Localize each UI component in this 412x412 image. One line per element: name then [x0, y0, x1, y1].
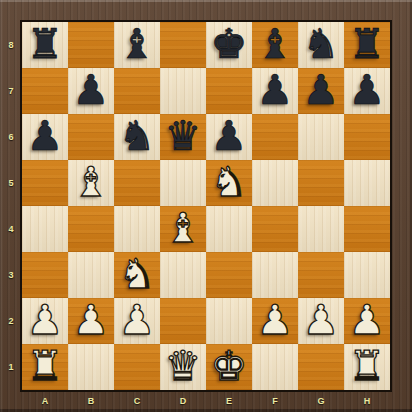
square-f5[interactable]: [252, 160, 298, 206]
square-h4[interactable]: [344, 206, 390, 252]
rank-label-6: 6: [0, 114, 22, 160]
file-label-d: D: [160, 390, 206, 412]
square-b4[interactable]: [68, 206, 114, 252]
file-label-h: H: [344, 390, 390, 412]
square-f8[interactable]: ♝: [252, 22, 298, 68]
square-c7[interactable]: [114, 68, 160, 114]
square-c1[interactable]: [114, 344, 160, 390]
white-pawn-g2[interactable]: ♟: [298, 297, 344, 343]
square-b1[interactable]: [68, 344, 114, 390]
rank-label-1: 1: [0, 344, 22, 390]
square-b2[interactable]: ♟: [68, 298, 114, 344]
square-a4[interactable]: [22, 206, 68, 252]
square-c8[interactable]: ♝: [114, 22, 160, 68]
file-label-g: G: [298, 390, 344, 412]
rank-label-4: 4: [0, 206, 22, 252]
black-queen-d6[interactable]: ♛: [160, 113, 206, 159]
square-g2[interactable]: ♟: [298, 298, 344, 344]
square-g4[interactable]: [298, 206, 344, 252]
file-label-e: E: [206, 390, 252, 412]
square-h3[interactable]: [344, 252, 390, 298]
black-rook-h8[interactable]: ♜: [344, 21, 390, 67]
square-c5[interactable]: [114, 160, 160, 206]
black-king-e8[interactable]: ♚: [206, 21, 252, 67]
square-d6[interactable]: ♛: [160, 114, 206, 160]
square-c4[interactable]: [114, 206, 160, 252]
white-knight-e5[interactable]: ♞: [206, 159, 252, 205]
black-pawn-a6[interactable]: ♟: [22, 113, 68, 159]
square-e6[interactable]: ♟: [206, 114, 252, 160]
black-pawn-g7[interactable]: ♟: [298, 67, 344, 113]
square-e3[interactable]: [206, 252, 252, 298]
square-d5[interactable]: [160, 160, 206, 206]
rank-label-8: 8: [0, 22, 22, 68]
chessboard-frame: 87654321 ABCDEFGH ♜♝♚♝♞♜♟♟♟♟♟♞♛♟♝♞♝♞♟♟♟♟…: [0, 0, 412, 412]
black-knight-g8[interactable]: ♞: [298, 21, 344, 67]
square-a1[interactable]: ♜: [22, 344, 68, 390]
white-king-e1[interactable]: ♚: [206, 343, 252, 389]
square-h7[interactable]: ♟: [344, 68, 390, 114]
square-a2[interactable]: ♟: [22, 298, 68, 344]
square-b8[interactable]: [68, 22, 114, 68]
square-c2[interactable]: ♟: [114, 298, 160, 344]
square-a8[interactable]: ♜: [22, 22, 68, 68]
square-g7[interactable]: ♟: [298, 68, 344, 114]
square-f2[interactable]: ♟: [252, 298, 298, 344]
file-label-a: A: [22, 390, 68, 412]
white-pawn-f2[interactable]: ♟: [252, 297, 298, 343]
white-pawn-c2[interactable]: ♟: [114, 297, 160, 343]
black-bishop-f8[interactable]: ♝: [252, 21, 298, 67]
square-e1[interactable]: ♚: [206, 344, 252, 390]
white-queen-d1[interactable]: ♛: [160, 343, 206, 389]
white-rook-h1[interactable]: ♜: [344, 343, 390, 389]
square-g1[interactable]: [298, 344, 344, 390]
square-d8[interactable]: [160, 22, 206, 68]
square-f6[interactable]: [252, 114, 298, 160]
rank-label-3: 3: [0, 252, 22, 298]
square-d4[interactable]: ♝: [160, 206, 206, 252]
square-c6[interactable]: ♞: [114, 114, 160, 160]
board: ♜♝♚♝♞♜♟♟♟♟♟♞♛♟♝♞♝♞♟♟♟♟♟♟♜♛♚♜: [22, 22, 390, 390]
file-label-b: B: [68, 390, 114, 412]
square-b3[interactable]: [68, 252, 114, 298]
black-rook-a8[interactable]: ♜: [22, 21, 68, 67]
square-a3[interactable]: [22, 252, 68, 298]
square-e7[interactable]: [206, 68, 252, 114]
square-g6[interactable]: [298, 114, 344, 160]
white-bishop-d4[interactable]: ♝: [160, 205, 206, 251]
rank-label-5: 5: [0, 160, 22, 206]
white-rook-a1[interactable]: ♜: [22, 343, 68, 389]
square-a7[interactable]: [22, 68, 68, 114]
file-labels: ABCDEFGH: [22, 390, 390, 412]
square-g8[interactable]: ♞: [298, 22, 344, 68]
file-label-c: C: [114, 390, 160, 412]
square-c3[interactable]: ♞: [114, 252, 160, 298]
square-h2[interactable]: ♟: [344, 298, 390, 344]
black-pawn-h7[interactable]: ♟: [344, 67, 390, 113]
white-knight-c3[interactable]: ♞: [114, 251, 160, 297]
black-pawn-f7[interactable]: ♟: [252, 67, 298, 113]
square-e2[interactable]: [206, 298, 252, 344]
file-label-f: F: [252, 390, 298, 412]
square-d7[interactable]: [160, 68, 206, 114]
square-f1[interactable]: [252, 344, 298, 390]
square-g5[interactable]: [298, 160, 344, 206]
rank-labels: 87654321: [0, 22, 22, 390]
square-b7[interactable]: ♟: [68, 68, 114, 114]
square-h1[interactable]: ♜: [344, 344, 390, 390]
square-b6[interactable]: [68, 114, 114, 160]
square-d1[interactable]: ♛: [160, 344, 206, 390]
white-pawn-h2[interactable]: ♟: [344, 297, 390, 343]
square-d2[interactable]: [160, 298, 206, 344]
black-pawn-b7[interactable]: ♟: [68, 67, 114, 113]
white-bishop-b5[interactable]: ♝: [68, 159, 114, 205]
square-f4[interactable]: [252, 206, 298, 252]
black-knight-c6[interactable]: ♞: [114, 113, 160, 159]
square-d3[interactable]: [160, 252, 206, 298]
white-pawn-b2[interactable]: ♟: [68, 297, 114, 343]
square-e5[interactable]: ♞: [206, 160, 252, 206]
square-f3[interactable]: [252, 252, 298, 298]
square-g3[interactable]: [298, 252, 344, 298]
square-a5[interactable]: [22, 160, 68, 206]
white-pawn-a2[interactable]: ♟: [22, 297, 68, 343]
square-h8[interactable]: ♜: [344, 22, 390, 68]
square-f7[interactable]: ♟: [252, 68, 298, 114]
black-pawn-e6[interactable]: ♟: [206, 113, 252, 159]
square-a6[interactable]: ♟: [22, 114, 68, 160]
square-h5[interactable]: [344, 160, 390, 206]
rank-label-2: 2: [0, 298, 22, 344]
rank-label-7: 7: [0, 68, 22, 114]
square-e8[interactable]: ♚: [206, 22, 252, 68]
black-bishop-c8[interactable]: ♝: [114, 21, 160, 67]
square-h6[interactable]: [344, 114, 390, 160]
square-b5[interactable]: ♝: [68, 160, 114, 206]
square-e4[interactable]: [206, 206, 252, 252]
